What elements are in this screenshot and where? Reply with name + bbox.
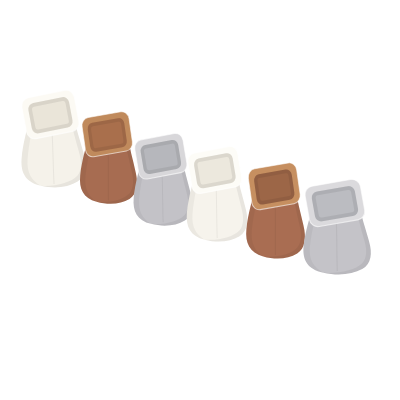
cap-shape-svg xyxy=(294,177,375,280)
chair-leg-cap xyxy=(294,177,375,280)
product-photo xyxy=(0,0,400,400)
